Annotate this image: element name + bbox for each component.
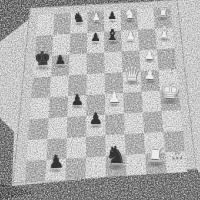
black-knight-a6[interactable]: ♞ <box>72 10 86 24</box>
black-pawn-f5[interactable]: ♟ <box>88 111 104 127</box>
black-pawn-h7[interactable]: ♟ <box>46 153 65 172</box>
white-rook-a1[interactable]: ♜ <box>156 6 169 19</box>
square-h6[interactable] <box>66 157 86 179</box>
square-f1[interactable] <box>162 110 183 132</box>
square-f6[interactable] <box>67 116 87 138</box>
black-knight-h4[interactable]: ♞ <box>104 144 128 168</box>
square-h8[interactable] <box>25 160 46 182</box>
white-queen-d3[interactable]: ♛ <box>122 63 143 84</box>
square-g3[interactable] <box>125 133 146 155</box>
black-pawn-c7[interactable]: ♟ <box>54 54 67 67</box>
black-pawn-b5[interactable]: ♟ <box>90 32 101 43</box>
diamond-cluster-logo: ♦♦ ♦♦♦ <box>171 152 183 161</box>
white-pawn-d2[interactable]: ♟ <box>143 68 157 82</box>
chess-board-photo: ♦♦ ♦♦♦ ♜♞♟♟♞♝♟♝♟♟♟♚♟♛♚♟♟♟♜♞♟ <box>0 0 200 200</box>
square-d8[interactable] <box>32 77 52 99</box>
square-f7[interactable] <box>48 117 68 139</box>
square-f8[interactable] <box>28 118 48 140</box>
square-b6[interactable] <box>70 33 88 55</box>
white-pawn-e4[interactable]: ♟ <box>107 90 122 105</box>
black-bishop-b4[interactable]: ♝ <box>105 28 120 43</box>
black-pawn-e6[interactable]: ♟ <box>70 92 85 107</box>
white-pawn-a5[interactable]: ♟ <box>91 12 101 22</box>
square-d5[interactable] <box>87 73 105 95</box>
square-c4[interactable] <box>105 51 123 73</box>
square-a7[interactable] <box>53 13 71 35</box>
white-pawn-b3[interactable]: ♟ <box>124 30 136 42</box>
square-f2[interactable] <box>143 111 164 133</box>
white-pawn-c2[interactable]: ♟ <box>142 48 155 61</box>
white-bishop-b1[interactable]: ♝ <box>156 24 172 40</box>
square-g6[interactable] <box>66 137 86 159</box>
square-g5[interactable] <box>86 136 106 158</box>
square-c6[interactable] <box>69 54 87 76</box>
square-e3[interactable] <box>123 92 143 114</box>
logo-row-2: ♦♦♦ <box>171 155 183 160</box>
square-a8[interactable] <box>36 14 54 36</box>
white-knight-a3[interactable]: ♞ <box>122 7 136 21</box>
square-f4[interactable] <box>105 114 125 136</box>
white-rook-h2[interactable]: ♜ <box>144 143 167 166</box>
black-pawn-a4[interactable]: ♟ <box>107 11 117 21</box>
square-e7[interactable] <box>49 96 69 118</box>
square-f3[interactable] <box>124 112 144 134</box>
square-a2[interactable] <box>137 8 155 30</box>
square-d7[interactable] <box>50 75 69 97</box>
square-g8[interactable] <box>27 139 48 161</box>
square-c5[interactable] <box>87 53 105 75</box>
black-king-c8[interactable]: ♚ <box>32 48 53 69</box>
square-e8[interactable] <box>30 97 50 119</box>
white-king-e1[interactable]: ♚ <box>158 79 182 103</box>
